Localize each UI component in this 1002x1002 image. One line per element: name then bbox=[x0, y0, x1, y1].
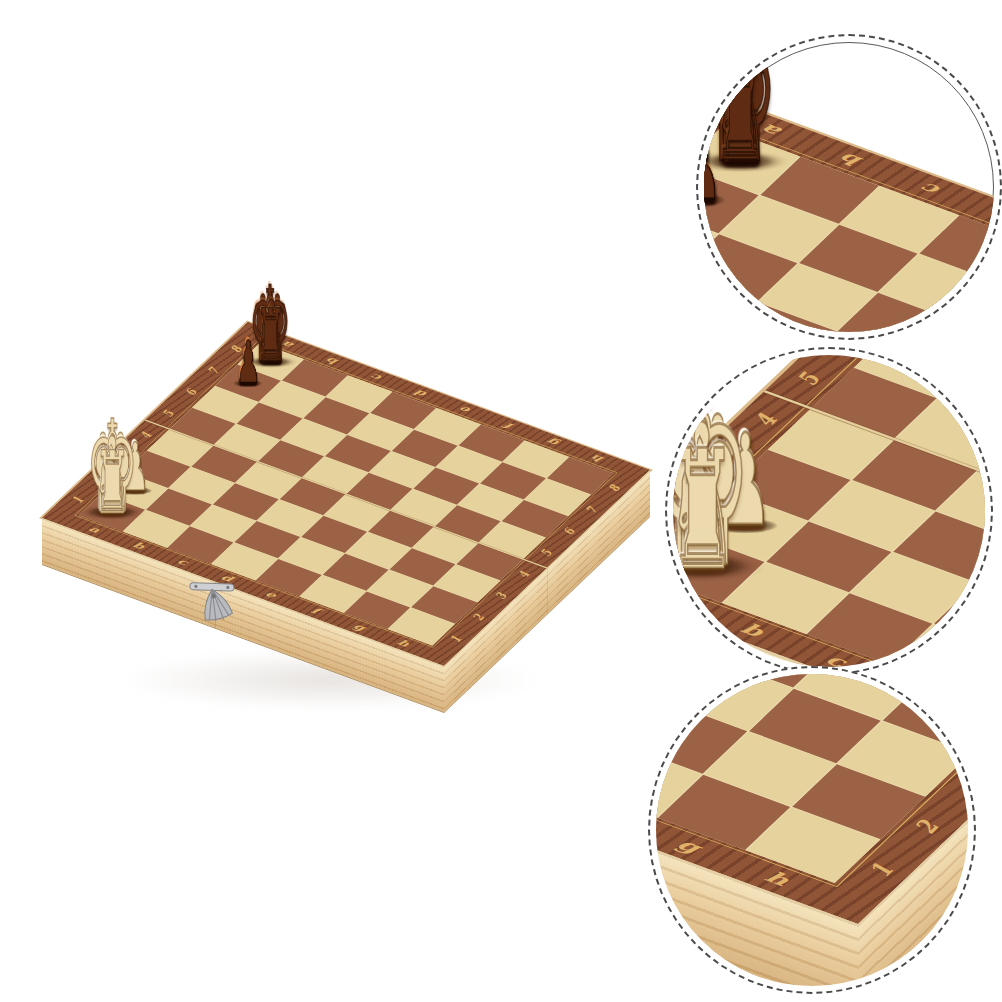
file-label-c-back: c bbox=[369, 373, 384, 382]
product-photo-stage: aabbccddeeffgghh8877665544332211 ♜♞♝♛♚♝♞… bbox=[0, 0, 1002, 1002]
file-label-h-front: h bbox=[761, 868, 794, 888]
file-label-b-back: b bbox=[324, 356, 340, 366]
file-label-b-front: b bbox=[737, 620, 768, 639]
rank-label-1-left: 1 bbox=[69, 495, 86, 504]
file-label-f-back: f bbox=[503, 422, 516, 431]
rank-label-3-left: 3 bbox=[707, 453, 740, 470]
rank-label-4-left: 4 bbox=[750, 412, 783, 429]
chess-board: aabbccddeeffgghh8877665544332211 bbox=[704, 90, 994, 332]
file-label-h-front: h bbox=[396, 638, 412, 648]
magnifier-corner[interactable]: aabbccddeeffgghh8877665544332211 ♜♞♝♛♚♝♞… bbox=[648, 666, 976, 994]
board-grid bbox=[704, 127, 994, 332]
file-label-a-back: a bbox=[758, 122, 786, 139]
rank-label-2-left: 2 bbox=[92, 474, 109, 483]
rank-label-7-left: 7 bbox=[205, 366, 222, 375]
rank-label-4-left: 4 bbox=[137, 431, 154, 440]
file-label-b-back: b bbox=[837, 151, 866, 169]
rank-label-2-left: 2 bbox=[673, 494, 696, 511]
rank-label-4-right: 4 bbox=[515, 570, 532, 579]
file-label-g-front: g bbox=[673, 836, 705, 856]
file-label-h-back: h bbox=[589, 454, 605, 464]
rank-label-2-right: 2 bbox=[909, 818, 943, 836]
rank-label-8-left: 8 bbox=[228, 345, 245, 354]
file-label-g-front: g bbox=[352, 622, 368, 632]
chess-board: aabbccddeeffgghh8877665544332211 bbox=[673, 355, 985, 667]
magnifier-light-pieces[interactable]: aabbccddeeffgghh8877665544332211 ♜♞♝♛♚♝♞… bbox=[665, 347, 993, 675]
rank-label-5-right: 5 bbox=[538, 548, 555, 557]
rank-label-3-right: 3 bbox=[955, 775, 968, 793]
rank-label-3-right: 3 bbox=[492, 591, 509, 600]
magnifier-dark-pieces[interactable]: aabbccddeeffgghh8877665544332211 ♜♞♝♛♚♝♞… bbox=[696, 34, 1002, 340]
file-label-d-back: d bbox=[413, 389, 429, 399]
file-label-a-back: a bbox=[280, 340, 295, 350]
rank-label-7-right: 7 bbox=[583, 505, 600, 514]
rank-label-1-right: 1 bbox=[864, 861, 898, 879]
file-label-c-back: c bbox=[917, 181, 944, 198]
rank-label-6-right: 6 bbox=[560, 527, 577, 536]
rank-label-1-right: 1 bbox=[447, 634, 464, 643]
file-label-e-front: e bbox=[264, 589, 279, 599]
rank-label-5-left: 5 bbox=[160, 409, 177, 418]
file-label-f-front: f bbox=[309, 606, 322, 615]
rank-label-3-left: 3 bbox=[115, 452, 132, 461]
file-label-a-front: a bbox=[87, 524, 102, 534]
magnifier-lens: aabbccddeeffgghh8877665544332211 ♜♞♝♛♚♝♞… bbox=[704, 42, 994, 332]
file-label-c-front: c bbox=[176, 557, 191, 566]
board-grid bbox=[673, 355, 985, 667]
magnifier-lens: aabbccddeeffgghh8877665544332211 ♜♞♝♛♚♝♞… bbox=[656, 674, 968, 986]
file-label-g-back: g bbox=[545, 438, 561, 448]
file-label-e-back: e bbox=[457, 405, 472, 415]
file-label-b-front: b bbox=[131, 540, 147, 550]
file-label-c-front: c bbox=[822, 651, 850, 667]
chess-board: aabbccddeeffgghh8877665544332211 bbox=[42, 322, 650, 666]
rank-label-6-left: 6 bbox=[183, 388, 200, 397]
rank-label-8-right: 8 bbox=[606, 484, 623, 493]
magnifier-lens: aabbccddeeffgghh8877665544332211 ♜♞♝♛♚♝♞… bbox=[673, 355, 985, 667]
rank-label-2-right: 2 bbox=[470, 613, 487, 622]
rank-label-5-left: 5 bbox=[793, 371, 826, 388]
